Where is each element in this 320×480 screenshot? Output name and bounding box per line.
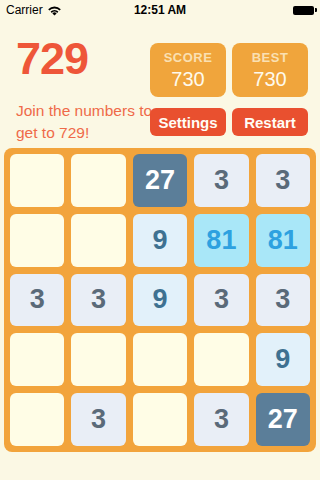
empty-cell	[133, 393, 187, 446]
best-value: 730	[253, 68, 286, 91]
empty-cell	[194, 333, 248, 386]
tile-3: 3	[194, 393, 248, 446]
tile-3: 3	[194, 154, 248, 207]
empty-cell	[71, 214, 125, 267]
header: 729 Join the numbers to get to 729! SCOR…	[0, 20, 320, 148]
empty-cell	[133, 333, 187, 386]
score-label: SCORE	[164, 50, 213, 65]
best-label: BEST	[252, 50, 289, 65]
empty-cell	[10, 154, 64, 207]
tile-3: 3	[256, 154, 310, 207]
tile-9: 9	[133, 274, 187, 327]
score-value: 730	[171, 68, 204, 91]
tile-3: 3	[256, 274, 310, 327]
empty-cell	[10, 393, 64, 446]
status-bar: Carrier 12:51 AM	[0, 0, 320, 20]
tile-27: 27	[256, 393, 310, 446]
empty-cell	[10, 333, 64, 386]
tile-81: 81	[194, 214, 248, 267]
board-grid[interactable]: 2733981813393393327	[4, 148, 316, 452]
tile-9: 9	[133, 214, 187, 267]
restart-button[interactable]: Restart	[232, 108, 308, 136]
empty-cell	[71, 154, 125, 207]
best-box: BEST 730	[232, 43, 308, 97]
battery-icon	[293, 6, 314, 15]
settings-button[interactable]: Settings	[150, 108, 226, 136]
tile-81: 81	[256, 214, 310, 267]
tile-27: 27	[133, 154, 187, 207]
tile-3: 3	[71, 393, 125, 446]
tile-9: 9	[256, 333, 310, 386]
score-box: SCORE 730	[150, 43, 226, 97]
empty-cell	[71, 333, 125, 386]
subtitle: Join the numbers to get to 729!	[16, 100, 166, 145]
tile-3: 3	[194, 274, 248, 327]
tile-3: 3	[71, 274, 125, 327]
tile-3: 3	[10, 274, 64, 327]
empty-cell	[10, 214, 64, 267]
page-title: 729	[16, 36, 88, 81]
status-time: 12:51 AM	[0, 3, 320, 17]
